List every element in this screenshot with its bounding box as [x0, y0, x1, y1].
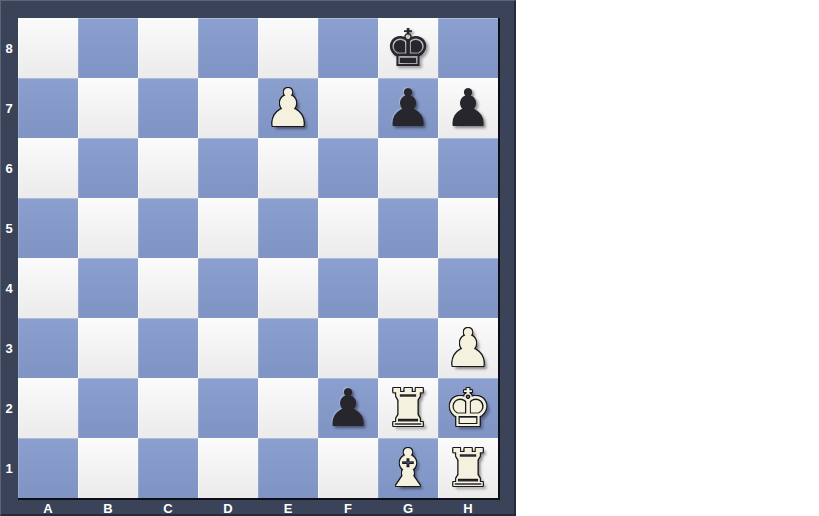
file-labels: ABCDEFGH: [18, 500, 498, 516]
chessboard-panel: 87654321 ABCDEFGH ♚♟♟♟♟♟♜♚♝♜: [0, 0, 516, 516]
square-h3[interactable]: ♟: [438, 318, 498, 378]
white-rook[interactable]: ♜: [378, 378, 438, 438]
black-pawn[interactable]: ♟: [318, 378, 378, 438]
file-label-h: H: [438, 500, 498, 516]
rank-label-1: 1: [0, 438, 18, 498]
square-a6[interactable]: [18, 138, 78, 198]
white-bishop[interactable]: ♝: [378, 438, 438, 498]
square-f7[interactable]: [318, 78, 378, 138]
square-a7[interactable]: [18, 78, 78, 138]
square-b6[interactable]: [78, 138, 138, 198]
white-rook[interactable]: ♜: [438, 438, 498, 498]
black-pawn[interactable]: ♟: [378, 78, 438, 138]
file-label-c: C: [138, 500, 198, 516]
page: 87654321 ABCDEFGH ♚♟♟♟♟♟♜♚♝♜: [0, 0, 819, 516]
rank-label-2: 2: [0, 378, 18, 438]
square-a2[interactable]: [18, 378, 78, 438]
square-b3[interactable]: [78, 318, 138, 378]
square-a1[interactable]: [18, 438, 78, 498]
square-d1[interactable]: [198, 438, 258, 498]
square-d3[interactable]: [198, 318, 258, 378]
square-e3[interactable]: [258, 318, 318, 378]
rank-label-3: 3: [0, 318, 18, 378]
square-d4[interactable]: [198, 258, 258, 318]
square-f6[interactable]: [318, 138, 378, 198]
white-pawn[interactable]: ♟: [258, 78, 318, 138]
square-e5[interactable]: [258, 198, 318, 258]
square-g7[interactable]: ♟: [378, 78, 438, 138]
square-f1[interactable]: [318, 438, 378, 498]
black-king[interactable]: ♚: [378, 18, 438, 78]
square-b5[interactable]: [78, 198, 138, 258]
square-a3[interactable]: [18, 318, 78, 378]
file-label-d: D: [198, 500, 258, 516]
square-h2[interactable]: ♚: [438, 378, 498, 438]
square-h8[interactable]: [438, 18, 498, 78]
square-c6[interactable]: [138, 138, 198, 198]
square-g2[interactable]: ♜: [378, 378, 438, 438]
square-b1[interactable]: [78, 438, 138, 498]
square-b4[interactable]: [78, 258, 138, 318]
square-c4[interactable]: [138, 258, 198, 318]
square-f5[interactable]: [318, 198, 378, 258]
square-a8[interactable]: [18, 18, 78, 78]
square-e4[interactable]: [258, 258, 318, 318]
file-label-f: F: [318, 500, 378, 516]
rank-labels: 87654321: [0, 18, 18, 498]
square-c2[interactable]: [138, 378, 198, 438]
square-d6[interactable]: [198, 138, 258, 198]
square-h5[interactable]: [438, 198, 498, 258]
square-f2[interactable]: ♟: [318, 378, 378, 438]
square-e7[interactable]: ♟: [258, 78, 318, 138]
square-f3[interactable]: [318, 318, 378, 378]
square-c7[interactable]: [138, 78, 198, 138]
square-d7[interactable]: [198, 78, 258, 138]
black-pawn[interactable]: ♟: [438, 78, 498, 138]
square-f8[interactable]: [318, 18, 378, 78]
file-label-a: A: [18, 500, 78, 516]
square-e2[interactable]: [258, 378, 318, 438]
square-h1[interactable]: ♜: [438, 438, 498, 498]
square-h6[interactable]: [438, 138, 498, 198]
rank-label-8: 8: [0, 18, 18, 78]
rank-label-5: 5: [0, 198, 18, 258]
square-b8[interactable]: [78, 18, 138, 78]
square-h4[interactable]: [438, 258, 498, 318]
chess-board: ♚♟♟♟♟♟♜♚♝♜: [18, 18, 500, 500]
square-c8[interactable]: [138, 18, 198, 78]
square-e1[interactable]: [258, 438, 318, 498]
square-b2[interactable]: [78, 378, 138, 438]
white-pawn[interactable]: ♟: [438, 318, 498, 378]
square-f4[interactable]: [318, 258, 378, 318]
square-c3[interactable]: [138, 318, 198, 378]
rank-label-7: 7: [0, 78, 18, 138]
square-g1[interactable]: ♝: [378, 438, 438, 498]
rank-label-6: 6: [0, 138, 18, 198]
square-d8[interactable]: [198, 18, 258, 78]
square-g6[interactable]: [378, 138, 438, 198]
file-label-g: G: [378, 500, 438, 516]
square-a4[interactable]: [18, 258, 78, 318]
square-d2[interactable]: [198, 378, 258, 438]
square-c1[interactable]: [138, 438, 198, 498]
square-g3[interactable]: [378, 318, 438, 378]
square-g8[interactable]: ♚: [378, 18, 438, 78]
file-label-e: E: [258, 500, 318, 516]
white-king[interactable]: ♚: [438, 378, 498, 438]
square-e6[interactable]: [258, 138, 318, 198]
square-h7[interactable]: ♟: [438, 78, 498, 138]
file-label-b: B: [78, 500, 138, 516]
square-g5[interactable]: [378, 198, 438, 258]
square-b7[interactable]: [78, 78, 138, 138]
square-d5[interactable]: [198, 198, 258, 258]
square-a5[interactable]: [18, 198, 78, 258]
square-c5[interactable]: [138, 198, 198, 258]
rank-label-4: 4: [0, 258, 18, 318]
square-e8[interactable]: [258, 18, 318, 78]
square-g4[interactable]: [378, 258, 438, 318]
